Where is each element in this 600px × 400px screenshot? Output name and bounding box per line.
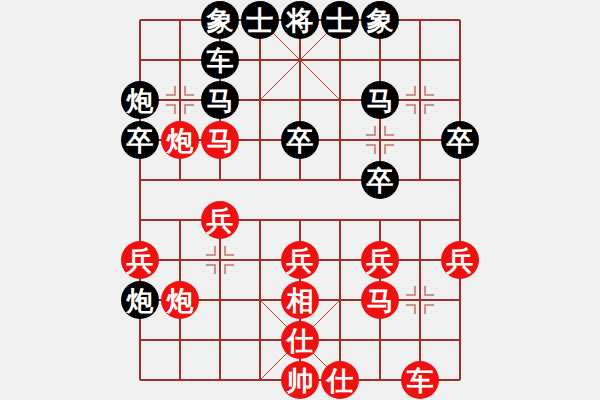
piece-black-advisor[interactable]: 士 — [321, 1, 359, 39]
piece-red-soldier[interactable]: 兵 — [121, 241, 159, 279]
piece-red-cannon[interactable]: 炮 — [161, 121, 199, 159]
piece-black-cannon[interactable]: 炮 — [121, 281, 159, 319]
piece-red-elephant[interactable]: 相 — [281, 281, 319, 319]
piece-black-soldier[interactable]: 卒 — [121, 121, 159, 159]
piece-black-horse[interactable]: 马 — [201, 81, 239, 119]
piece-black-soldier[interactable]: 卒 — [281, 121, 319, 159]
piece-black-general[interactable]: 将 — [281, 1, 319, 39]
xiangqi-board: 象士将士象车炮马马卒炮马卒卒卒兵兵兵兵兵炮炮相马仕帅仕车 — [0, 0, 600, 400]
piece-red-soldier[interactable]: 兵 — [201, 201, 239, 239]
piece-black-soldier[interactable]: 卒 — [441, 121, 479, 159]
piece-red-soldier[interactable]: 兵 — [441, 241, 479, 279]
piece-black-soldier[interactable]: 卒 — [361, 161, 399, 199]
piece-black-cannon[interactable]: 炮 — [121, 81, 159, 119]
piece-black-advisor[interactable]: 士 — [241, 1, 279, 39]
piece-red-horse[interactable]: 马 — [201, 121, 239, 159]
piece-red-cannon[interactable]: 炮 — [161, 281, 199, 319]
piece-black-horse[interactable]: 马 — [361, 81, 399, 119]
pieces-layer: 象士将士象车炮马马卒炮马卒卒卒兵兵兵兵兵炮炮相马仕帅仕车 — [120, 0, 480, 400]
piece-red-soldier[interactable]: 兵 — [281, 241, 319, 279]
piece-black-elephant[interactable]: 象 — [201, 1, 239, 39]
piece-red-advisor[interactable]: 仕 — [321, 361, 359, 399]
piece-red-general[interactable]: 帅 — [281, 361, 319, 399]
piece-red-horse[interactable]: 马 — [361, 281, 399, 319]
piece-black-elephant[interactable]: 象 — [361, 1, 399, 39]
piece-red-soldier[interactable]: 兵 — [361, 241, 399, 279]
piece-black-chariot[interactable]: 车 — [201, 41, 239, 79]
piece-red-advisor[interactable]: 仕 — [281, 321, 319, 359]
piece-red-chariot[interactable]: 车 — [401, 361, 439, 399]
